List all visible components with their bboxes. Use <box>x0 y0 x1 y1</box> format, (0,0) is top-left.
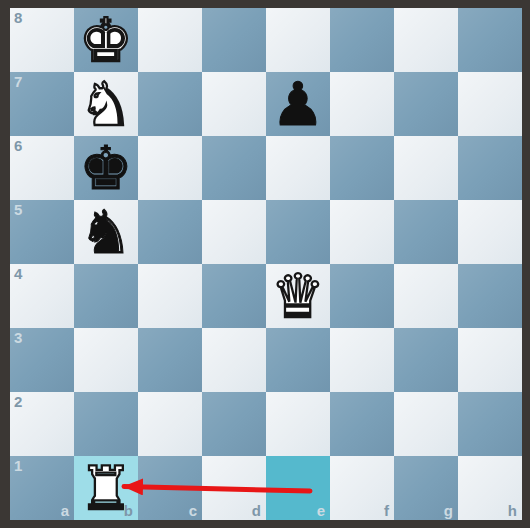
square-a7[interactable]: 7 <box>10 72 74 136</box>
square-d8[interactable] <box>202 8 266 72</box>
rank-label-5: 5 <box>14 202 22 218</box>
square-d2[interactable] <box>202 392 266 456</box>
square-h1[interactable]: h <box>458 456 522 520</box>
square-e2[interactable] <box>266 392 330 456</box>
square-g6[interactable] <box>394 136 458 200</box>
square-b7[interactable]: ♞ <box>74 72 138 136</box>
rank-label-7: 7 <box>14 74 22 90</box>
square-f2[interactable] <box>330 392 394 456</box>
square-a6[interactable]: 6 <box>10 136 74 200</box>
square-g2[interactable] <box>394 392 458 456</box>
square-g5[interactable] <box>394 200 458 264</box>
square-d5[interactable] <box>202 200 266 264</box>
square-d4[interactable] <box>202 264 266 328</box>
square-f4[interactable] <box>330 264 394 328</box>
square-c4[interactable] <box>138 264 202 328</box>
square-c6[interactable] <box>138 136 202 200</box>
file-label-d: d <box>252 503 261 519</box>
file-label-c: c <box>189 503 197 519</box>
rank-label-6: 6 <box>14 138 22 154</box>
square-h7[interactable] <box>458 72 522 136</box>
file-label-f: f <box>384 503 389 519</box>
rank-label-8: 8 <box>14 10 22 26</box>
square-g3[interactable] <box>394 328 458 392</box>
chess-board-frame: 8♚7♞♟6♚5♞4♛321ab♜cdefgh <box>0 0 530 528</box>
piece-white-king[interactable]: ♚ <box>74 8 138 72</box>
file-label-a: a <box>61 503 69 519</box>
square-c7[interactable] <box>138 72 202 136</box>
square-b2[interactable] <box>74 392 138 456</box>
square-a8[interactable]: 8 <box>10 8 74 72</box>
square-b8[interactable]: ♚ <box>74 8 138 72</box>
square-f6[interactable] <box>330 136 394 200</box>
chess-board: 8♚7♞♟6♚5♞4♛321ab♜cdefgh <box>10 8 522 520</box>
file-label-h: h <box>508 503 517 519</box>
square-e3[interactable] <box>266 328 330 392</box>
square-e6[interactable] <box>266 136 330 200</box>
square-f8[interactable] <box>330 8 394 72</box>
square-b4[interactable] <box>74 264 138 328</box>
square-f7[interactable] <box>330 72 394 136</box>
square-a5[interactable]: 5 <box>10 200 74 264</box>
square-h4[interactable] <box>458 264 522 328</box>
square-c2[interactable] <box>138 392 202 456</box>
square-h5[interactable] <box>458 200 522 264</box>
file-label-g: g <box>444 503 453 519</box>
square-e4[interactable]: ♛ <box>266 264 330 328</box>
square-a4[interactable]: 4 <box>10 264 74 328</box>
square-b5[interactable]: ♞ <box>74 200 138 264</box>
square-c5[interactable] <box>138 200 202 264</box>
rank-label-2: 2 <box>14 394 22 410</box>
file-label-e: e <box>317 503 325 519</box>
piece-black-knight[interactable]: ♞ <box>74 200 138 264</box>
square-g4[interactable] <box>394 264 458 328</box>
square-a1[interactable]: 1a <box>10 456 74 520</box>
square-e7[interactable]: ♟ <box>266 72 330 136</box>
square-d6[interactable] <box>202 136 266 200</box>
rank-label-1: 1 <box>14 458 22 474</box>
square-f5[interactable] <box>330 200 394 264</box>
square-b6[interactable]: ♚ <box>74 136 138 200</box>
rank-label-3: 3 <box>14 330 22 346</box>
piece-black-king[interactable]: ♚ <box>74 136 138 200</box>
piece-white-knight[interactable]: ♞ <box>74 72 138 136</box>
square-h6[interactable] <box>458 136 522 200</box>
square-g1[interactable]: g <box>394 456 458 520</box>
square-f3[interactable] <box>330 328 394 392</box>
square-e5[interactable] <box>266 200 330 264</box>
square-e8[interactable] <box>266 8 330 72</box>
square-c8[interactable] <box>138 8 202 72</box>
square-a2[interactable]: 2 <box>10 392 74 456</box>
square-e1[interactable]: e <box>266 456 330 520</box>
square-g8[interactable] <box>394 8 458 72</box>
piece-white-rook[interactable]: ♜ <box>74 456 138 520</box>
square-b1[interactable]: b♜ <box>74 456 138 520</box>
square-d3[interactable] <box>202 328 266 392</box>
rank-label-4: 4 <box>14 266 22 282</box>
square-d7[interactable] <box>202 72 266 136</box>
square-h3[interactable] <box>458 328 522 392</box>
square-h2[interactable] <box>458 392 522 456</box>
square-d1[interactable]: d <box>202 456 266 520</box>
square-c3[interactable] <box>138 328 202 392</box>
square-a3[interactable]: 3 <box>10 328 74 392</box>
piece-black-pawn[interactable]: ♟ <box>266 72 330 136</box>
square-f1[interactable]: f <box>330 456 394 520</box>
square-b3[interactable] <box>74 328 138 392</box>
piece-white-queen[interactable]: ♛ <box>266 264 330 328</box>
square-g7[interactable] <box>394 72 458 136</box>
square-h8[interactable] <box>458 8 522 72</box>
square-c1[interactable]: c <box>138 456 202 520</box>
